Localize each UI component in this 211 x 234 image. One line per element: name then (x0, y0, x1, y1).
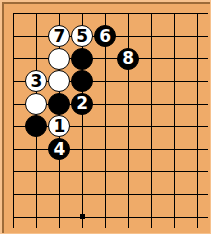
intersection-c8r9 (163, 183, 186, 206)
intersection-c1r7 (2, 138, 25, 161)
intersection-c5r3 (94, 47, 117, 70)
go-diagram: 75683214 (0, 0, 211, 234)
intersection-c1r3 (2, 47, 25, 70)
stone-white (48, 48, 70, 70)
intersection-c1r10 (2, 206, 25, 229)
intersection-c5r2: 6 (94, 25, 117, 48)
intersection-c4r2: 5 (71, 25, 94, 48)
intersection-c4r7 (71, 138, 94, 161)
stone-white-1: 1 (48, 115, 70, 137)
intersection-c7r1 (140, 2, 163, 25)
intersection-c9r4 (186, 70, 209, 93)
board-grid: 75683214 (2, 2, 208, 228)
move-number: 8 (122, 50, 134, 67)
intersection-c4r10 (71, 206, 94, 229)
intersection-c1r2 (2, 25, 25, 48)
intersection-c3r7: 4 (48, 138, 71, 161)
intersection-c6r7 (117, 138, 140, 161)
intersection-c1r1 (2, 2, 25, 25)
intersection-c9r9 (186, 183, 209, 206)
intersection-c7r2 (140, 25, 163, 48)
move-number: 5 (76, 27, 88, 44)
intersection-c2r9 (25, 183, 48, 206)
intersection-c8r10 (163, 206, 186, 229)
intersection-c9r1 (186, 2, 209, 25)
intersection-c3r6: 1 (48, 115, 71, 138)
intersection-c6r3: 8 (117, 47, 140, 70)
intersection-c7r4 (140, 70, 163, 93)
intersection-c9r2 (186, 25, 209, 48)
intersection-c6r10 (117, 206, 140, 229)
move-number: 4 (53, 140, 65, 157)
stone-black (71, 70, 93, 92)
stone-white-7: 7 (48, 25, 70, 47)
stone-black-6: 6 (94, 25, 116, 47)
move-number: 2 (76, 95, 88, 112)
intersection-c2r4: 3 (25, 70, 48, 93)
intersection-c3r4 (48, 70, 71, 93)
intersection-c1r4 (2, 70, 25, 93)
star-point (80, 214, 85, 219)
intersection-c4r8 (71, 160, 94, 183)
stone-black (48, 93, 70, 115)
intersection-c6r9 (117, 183, 140, 206)
intersection-c3r3 (48, 47, 71, 70)
stone-black-2: 2 (71, 93, 93, 115)
intersection-c1r5 (2, 93, 25, 116)
intersection-c4r4 (71, 70, 94, 93)
stone-black-8: 8 (117, 48, 139, 70)
intersection-c7r3 (140, 47, 163, 70)
intersection-c1r9 (2, 183, 25, 206)
intersection-c6r6 (117, 115, 140, 138)
intersection-c9r7 (186, 138, 209, 161)
intersection-c2r3 (25, 47, 48, 70)
stone-black (71, 48, 93, 70)
intersection-c7r8 (140, 160, 163, 183)
intersection-c2r1 (25, 2, 48, 25)
intersection-c8r1 (163, 2, 186, 25)
intersection-c3r5 (48, 93, 71, 116)
intersection-c1r8 (2, 160, 25, 183)
intersection-c4r9 (71, 183, 94, 206)
move-number: 3 (30, 72, 42, 89)
intersection-c2r7 (25, 138, 48, 161)
intersection-c7r10 (140, 206, 163, 229)
stone-black-4: 4 (48, 138, 70, 160)
intersection-c3r9 (48, 183, 71, 206)
move-number: 1 (53, 117, 65, 134)
intersection-c6r2 (117, 25, 140, 48)
stone-white (25, 93, 47, 115)
intersection-c5r7 (94, 138, 117, 161)
intersection-c8r3 (163, 47, 186, 70)
stone-black (25, 115, 47, 137)
intersection-c6r4 (117, 70, 140, 93)
intersection-c8r2 (163, 25, 186, 48)
intersection-c6r1 (117, 2, 140, 25)
intersection-c5r8 (94, 160, 117, 183)
intersection-c7r9 (140, 183, 163, 206)
intersection-c5r6 (94, 115, 117, 138)
intersection-c9r6 (186, 115, 209, 138)
intersection-c4r5: 2 (71, 93, 94, 116)
intersection-c3r10 (48, 206, 71, 229)
intersection-c5r10 (94, 206, 117, 229)
move-number: 7 (53, 27, 65, 44)
intersection-c7r7 (140, 138, 163, 161)
intersection-c2r6 (25, 115, 48, 138)
intersection-c1r6 (2, 115, 25, 138)
intersection-c2r8 (25, 160, 48, 183)
intersection-c3r2: 7 (48, 25, 71, 48)
intersection-c8r5 (163, 93, 186, 116)
intersection-c8r8 (163, 160, 186, 183)
move-number: 6 (99, 27, 111, 44)
intersection-c8r4 (163, 70, 186, 93)
intersection-c4r3 (71, 47, 94, 70)
intersection-c7r5 (140, 93, 163, 116)
intersection-c4r1 (71, 2, 94, 25)
intersection-c9r10 (186, 206, 209, 229)
intersection-c3r1 (48, 2, 71, 25)
intersection-c2r2 (25, 25, 48, 48)
intersection-c9r5 (186, 93, 209, 116)
intersection-c5r4 (94, 70, 117, 93)
intersection-c4r6 (71, 115, 94, 138)
intersection-c7r6 (140, 115, 163, 138)
intersection-c2r5 (25, 93, 48, 116)
intersection-c8r7 (163, 138, 186, 161)
intersection-c8r6 (163, 115, 186, 138)
intersection-c9r8 (186, 160, 209, 183)
intersection-c5r1 (94, 2, 117, 25)
stone-white-5: 5 (71, 25, 93, 47)
intersection-c9r3 (186, 47, 209, 70)
stone-white-3: 3 (25, 70, 47, 92)
intersection-c6r8 (117, 160, 140, 183)
stone-white (48, 70, 70, 92)
intersection-c5r5 (94, 93, 117, 116)
intersection-c2r10 (25, 206, 48, 229)
intersection-c3r8 (48, 160, 71, 183)
intersection-c5r9 (94, 183, 117, 206)
intersection-c6r5 (117, 93, 140, 116)
